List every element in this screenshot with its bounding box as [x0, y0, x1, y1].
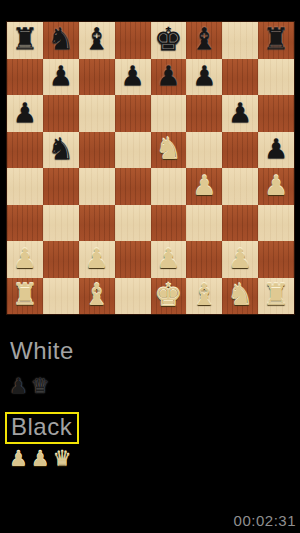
chess-app-screen: ♜♞♝♚♝♜♟♟♟♟♟♟♞♞♟♟♟♟♟♟♟♜♝♚♝♞♜ White ♟♛ Bla… — [0, 0, 300, 533]
square-e8[interactable]: ♚ — [151, 22, 187, 59]
square-g7[interactable] — [222, 59, 258, 96]
square-c5[interactable] — [79, 132, 115, 169]
square-a1[interactable]: ♜ — [7, 278, 43, 315]
square-d8[interactable] — [115, 22, 151, 59]
square-g5[interactable] — [222, 132, 258, 169]
square-d1[interactable] — [115, 278, 151, 315]
game-clock: 00:02:31 — [234, 512, 296, 529]
square-h1[interactable]: ♜ — [258, 278, 294, 315]
square-g3[interactable] — [222, 205, 258, 242]
piece-white-king-e1[interactable]: ♚ — [154, 279, 183, 311]
captured-white-pawn-icon: ♟ — [31, 449, 50, 470]
square-g6[interactable]: ♟ — [222, 95, 258, 132]
piece-white-bishop-f1[interactable]: ♝ — [191, 280, 218, 310]
piece-black-rook-a8[interactable]: ♜ — [11, 24, 38, 54]
piece-black-pawn-b7[interactable]: ♟ — [49, 62, 73, 89]
piece-black-knight-b8[interactable]: ♞ — [47, 24, 74, 54]
square-d6[interactable] — [115, 95, 151, 132]
square-d4[interactable] — [115, 168, 151, 205]
square-e2[interactable]: ♟ — [151, 241, 187, 278]
square-c2[interactable]: ♟ — [79, 241, 115, 278]
square-g4[interactable] — [222, 168, 258, 205]
square-a2[interactable]: ♟ — [7, 241, 43, 278]
piece-white-pawn-c2[interactable]: ♟ — [85, 245, 109, 272]
chess-board: ♜♞♝♚♝♜♟♟♟♟♟♟♞♞♟♟♟♟♟♟♟♜♝♚♝♞♜ — [7, 22, 294, 314]
piece-black-bishop-f8[interactable]: ♝ — [191, 24, 218, 54]
piece-black-pawn-e7[interactable]: ♟ — [156, 62, 180, 89]
square-a4[interactable] — [7, 168, 43, 205]
square-e1[interactable]: ♚ — [151, 278, 187, 315]
square-f5[interactable] — [186, 132, 222, 169]
square-e4[interactable] — [151, 168, 187, 205]
square-d7[interactable]: ♟ — [115, 59, 151, 96]
square-c4[interactable] — [79, 168, 115, 205]
piece-black-pawn-g6[interactable]: ♟ — [228, 99, 252, 126]
black-player-label: Black — [11, 414, 72, 440]
captured-black-queen-icon: ♛ — [31, 376, 50, 397]
white-captured-tray: ♟♛ — [9, 376, 50, 397]
square-h2[interactable] — [258, 241, 294, 278]
square-a3[interactable] — [7, 205, 43, 242]
square-g1[interactable]: ♞ — [222, 278, 258, 315]
piece-black-pawn-a6[interactable]: ♟ — [13, 99, 37, 126]
piece-white-bishop-c1[interactable]: ♝ — [83, 280, 110, 310]
piece-white-rook-a1[interactable]: ♜ — [11, 280, 38, 310]
square-c7[interactable] — [79, 59, 115, 96]
square-a8[interactable]: ♜ — [7, 22, 43, 59]
captured-white-queen-icon: ♛ — [53, 449, 72, 470]
square-f3[interactable] — [186, 205, 222, 242]
square-b2[interactable] — [43, 241, 79, 278]
white-player-label: White — [10, 338, 74, 364]
piece-black-king-e8[interactable]: ♚ — [154, 23, 183, 55]
square-f2[interactable] — [186, 241, 222, 278]
square-f8[interactable]: ♝ — [186, 22, 222, 59]
piece-white-rook-h1[interactable]: ♜ — [263, 280, 290, 310]
piece-black-pawn-h5[interactable]: ♟ — [264, 135, 288, 162]
square-d2[interactable] — [115, 241, 151, 278]
square-b1[interactable] — [43, 278, 79, 315]
square-d5[interactable] — [115, 132, 151, 169]
square-b8[interactable]: ♞ — [43, 22, 79, 59]
square-h4[interactable]: ♟ — [258, 168, 294, 205]
square-a5[interactable] — [7, 132, 43, 169]
square-h5[interactable]: ♟ — [258, 132, 294, 169]
square-h8[interactable]: ♜ — [258, 22, 294, 59]
piece-white-pawn-e2[interactable]: ♟ — [156, 245, 180, 272]
square-g2[interactable]: ♟ — [222, 241, 258, 278]
square-d3[interactable] — [115, 205, 151, 242]
piece-white-pawn-g2[interactable]: ♟ — [228, 245, 252, 272]
square-c6[interactable] — [79, 95, 115, 132]
square-f1[interactable]: ♝ — [186, 278, 222, 315]
piece-black-bishop-c8[interactable]: ♝ — [83, 24, 110, 54]
square-b3[interactable] — [43, 205, 79, 242]
piece-white-pawn-a2[interactable]: ♟ — [13, 245, 37, 272]
square-e6[interactable] — [151, 95, 187, 132]
square-c8[interactable]: ♝ — [79, 22, 115, 59]
square-e7[interactable]: ♟ — [151, 59, 187, 96]
square-f6[interactable] — [186, 95, 222, 132]
square-b4[interactable] — [43, 168, 79, 205]
square-a6[interactable]: ♟ — [7, 95, 43, 132]
square-c3[interactable] — [79, 205, 115, 242]
square-f4[interactable]: ♟ — [186, 168, 222, 205]
square-b6[interactable] — [43, 95, 79, 132]
square-a7[interactable] — [7, 59, 43, 96]
square-h7[interactable] — [258, 59, 294, 96]
square-b7[interactable]: ♟ — [43, 59, 79, 96]
square-e5[interactable]: ♞ — [151, 132, 187, 169]
piece-white-knight-e5[interactable]: ♞ — [155, 134, 182, 164]
piece-white-pawn-f4[interactable]: ♟ — [192, 172, 216, 199]
captured-black-pawn-icon: ♟ — [9, 376, 28, 397]
piece-black-rook-h8[interactable]: ♜ — [263, 24, 290, 54]
square-h6[interactable] — [258, 95, 294, 132]
square-c1[interactable]: ♝ — [79, 278, 115, 315]
piece-white-knight-g1[interactable]: ♞ — [227, 280, 254, 310]
square-b5[interactable]: ♞ — [43, 132, 79, 169]
black-captured-tray: ♟♟♛ — [9, 449, 71, 470]
piece-white-pawn-h4[interactable]: ♟ — [264, 172, 288, 199]
square-g8[interactable] — [222, 22, 258, 59]
piece-black-pawn-d7[interactable]: ♟ — [120, 62, 144, 89]
captured-white-pawn-icon: ♟ — [9, 449, 28, 470]
square-h3[interactable] — [258, 205, 294, 242]
square-e3[interactable] — [151, 205, 187, 242]
piece-black-knight-b5[interactable]: ♞ — [47, 134, 74, 164]
turn-highlight-box: Black — [5, 412, 79, 444]
piece-black-pawn-f7[interactable]: ♟ — [192, 62, 216, 89]
square-f7[interactable]: ♟ — [186, 59, 222, 96]
